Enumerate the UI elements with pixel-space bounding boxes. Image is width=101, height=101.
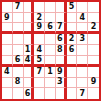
cell-empty-r3c7[interactable] xyxy=(67,23,78,34)
cell-empty-r8c1[interactable] xyxy=(2,78,13,89)
cell-empty-r7c7[interactable] xyxy=(67,67,78,78)
cell-given-r2c8: 4 xyxy=(77,13,88,24)
cell-empty-r8c3[interactable] xyxy=(24,78,35,89)
cell-empty-r9c2[interactable] xyxy=(13,88,24,99)
cell-given-r3c6: 7 xyxy=(56,23,67,34)
cell-given-r8c6: 3 xyxy=(56,78,67,89)
cell-empty-r6c6[interactable] xyxy=(56,56,67,67)
cell-empty-r5c9[interactable] xyxy=(88,45,99,56)
cell-empty-r4c3[interactable] xyxy=(24,34,35,45)
cell-given-r6c3: 4 xyxy=(24,56,35,67)
cell-empty-r6c1[interactable] xyxy=(2,56,13,67)
cell-empty-r7c2[interactable] xyxy=(13,67,24,78)
cell-empty-r1c5[interactable] xyxy=(45,2,56,13)
cell-empty-r3c2[interactable] xyxy=(13,23,24,34)
cell-empty-r2c7[interactable] xyxy=(67,13,78,24)
cell-given-r7c1: 4 xyxy=(2,67,13,78)
cell-given-r8c9: 9 xyxy=(88,78,99,89)
cell-empty-r6c8[interactable] xyxy=(77,56,88,67)
cell-empty-r1c4[interactable] xyxy=(34,2,45,13)
cell-empty-r9c6[interactable] xyxy=(56,88,67,99)
cell-empty-r9c7[interactable] xyxy=(67,88,78,99)
cell-empty-r6c5[interactable] xyxy=(45,56,56,67)
cell-empty-r8c8[interactable] xyxy=(77,78,88,89)
cell-empty-r3c1[interactable] xyxy=(2,23,13,34)
cell-given-r1c7: 5 xyxy=(67,2,78,13)
cell-given-r8c2: 8 xyxy=(13,78,24,89)
cell-given-r9c3: 6 xyxy=(24,88,35,99)
cell-given-r6c4: 5 xyxy=(34,56,45,67)
cell-empty-r4c9[interactable] xyxy=(88,34,99,45)
cell-given-r7c5: 1 xyxy=(45,67,56,78)
cell-empty-r1c8[interactable] xyxy=(77,2,88,13)
cell-empty-r4c1[interactable] xyxy=(2,34,13,45)
cell-given-r1c2: 7 xyxy=(13,2,24,13)
cell-empty-r9c9[interactable] xyxy=(88,88,99,99)
cell-given-r6c2: 6 xyxy=(13,56,24,67)
cell-given-r3c5: 6 xyxy=(45,23,56,34)
cell-given-r4c6: 6 xyxy=(56,34,67,45)
cell-empty-r7c9[interactable] xyxy=(88,67,99,78)
cell-empty-r4c5[interactable] xyxy=(45,34,56,45)
cell-empty-r4c4[interactable] xyxy=(34,34,45,45)
cell-empty-r1c6[interactable] xyxy=(56,2,67,13)
cell-given-r2c1: 9 xyxy=(2,13,13,24)
cell-empty-r2c3[interactable] xyxy=(24,13,35,24)
sudoku-board: 7592496726231486645471983967 xyxy=(0,0,101,101)
cell-empty-r8c5[interactable] xyxy=(45,78,56,89)
cell-empty-r8c4[interactable] xyxy=(34,78,45,89)
cell-given-r4c8: 3 xyxy=(77,34,88,45)
cell-empty-r3c3[interactable] xyxy=(24,23,35,34)
cell-given-r7c4: 7 xyxy=(34,67,45,78)
cell-given-r3c9: 2 xyxy=(88,23,99,34)
cell-given-r5c7: 6 xyxy=(67,45,78,56)
cell-empty-r8c7[interactable] xyxy=(67,78,78,89)
cell-empty-r4c2[interactable] xyxy=(13,34,24,45)
cell-given-r7c6: 9 xyxy=(56,67,67,78)
cell-empty-r9c4[interactable] xyxy=(34,88,45,99)
cell-given-r4c7: 2 xyxy=(67,34,78,45)
cell-empty-r1c1[interactable] xyxy=(2,2,13,13)
cell-empty-r7c3[interactable] xyxy=(24,67,35,78)
cell-empty-r5c8[interactable] xyxy=(77,45,88,56)
cell-empty-r6c7[interactable] xyxy=(67,56,78,67)
cell-empty-r5c1[interactable] xyxy=(2,45,13,56)
cell-empty-r2c2[interactable] xyxy=(13,13,24,24)
cell-empty-r7c8[interactable] xyxy=(77,67,88,78)
cell-given-r3c4: 9 xyxy=(34,23,45,34)
cell-empty-r9c1[interactable] xyxy=(2,88,13,99)
cell-given-r9c8: 7 xyxy=(77,88,88,99)
cell-given-r5c6: 8 xyxy=(56,45,67,56)
cell-empty-r1c9[interactable] xyxy=(88,2,99,13)
cell-empty-r9c5[interactable] xyxy=(45,88,56,99)
cell-empty-r1c3[interactable] xyxy=(24,2,35,13)
cell-empty-r3c8[interactable] xyxy=(77,23,88,34)
cell-empty-r5c5[interactable] xyxy=(45,45,56,56)
cell-empty-r6c9[interactable] xyxy=(88,56,99,67)
